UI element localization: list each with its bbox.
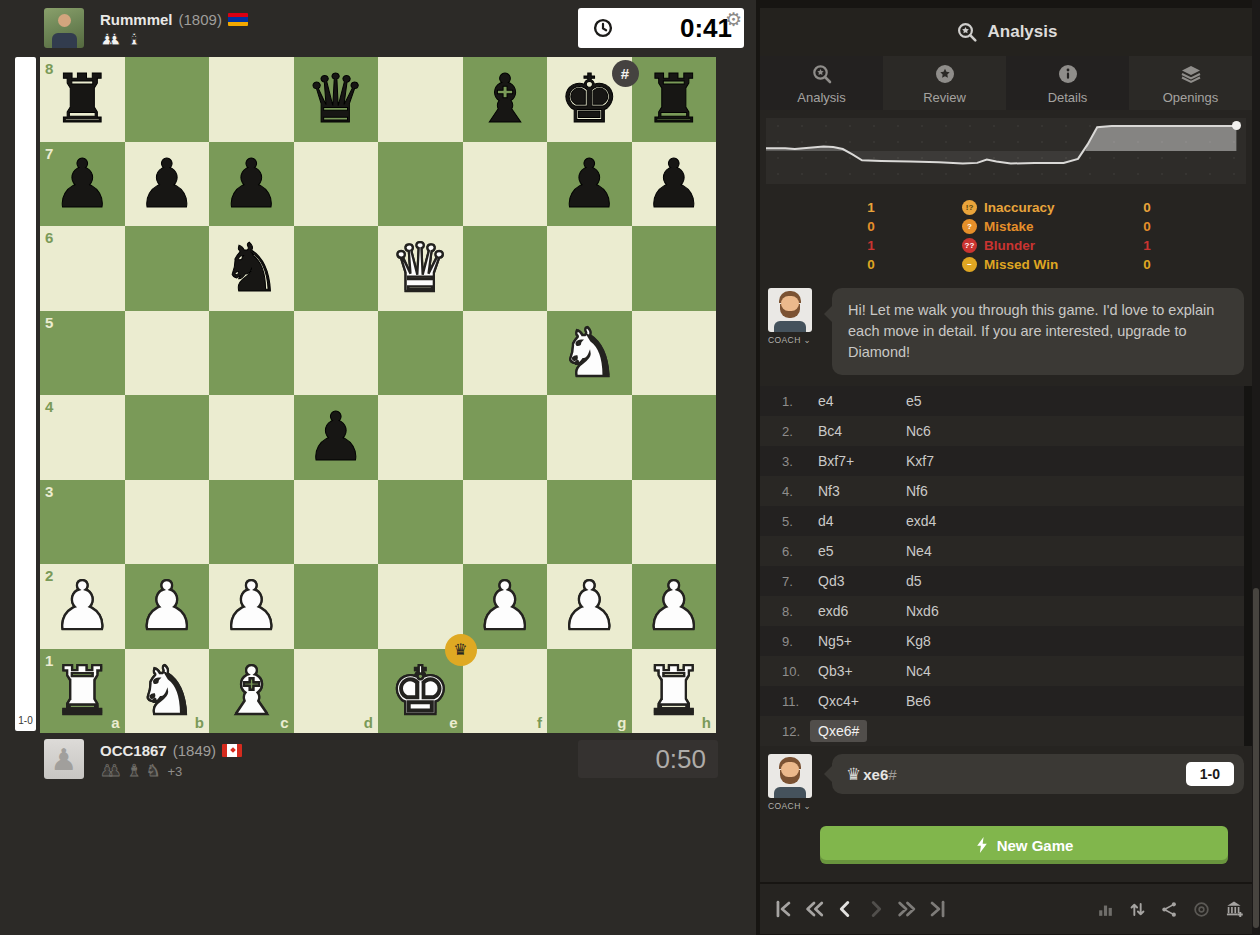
black-move[interactable]: Nf6 xyxy=(906,483,1252,499)
white-move[interactable]: Qxe6# xyxy=(818,723,906,739)
move-number: 5. xyxy=(782,514,818,529)
square-g4[interactable] xyxy=(547,395,632,480)
panel-scrollbar[interactable] xyxy=(1252,0,1260,935)
square-f2[interactable]: ♟ xyxy=(463,564,548,649)
first-move-icon[interactable] xyxy=(772,898,794,920)
coach-face xyxy=(781,762,799,777)
winner-badge: ♛ xyxy=(445,634,477,666)
stat-row-missed-win: 0−Missed Win0 xyxy=(760,255,1252,274)
missed-win-icon: − xyxy=(962,257,977,272)
rank-label-8: 8 xyxy=(45,60,53,77)
square-h6[interactable] xyxy=(632,226,717,311)
coach-shirt xyxy=(774,787,806,798)
move-number: 2. xyxy=(782,424,818,439)
move-list-scrollbar[interactable] xyxy=(1244,386,1252,746)
white-pawn-b2: ♟ xyxy=(125,564,210,649)
move-number: 8. xyxy=(782,604,818,619)
black-move[interactable]: e5 xyxy=(906,393,1252,409)
white-count: 1 xyxy=(806,200,936,215)
square-d1[interactable]: d xyxy=(294,649,379,734)
move-row-4: 4.Nf3Nf6 xyxy=(760,476,1252,506)
move-number: 4. xyxy=(782,484,818,499)
rank-label-5: 5 xyxy=(45,314,53,331)
square-b3[interactable] xyxy=(125,480,210,565)
black-pawn-c7: ♟ xyxy=(209,142,294,227)
captured-black-knight: ♞ xyxy=(146,763,160,779)
black-move[interactable]: d5 xyxy=(906,573,1252,589)
square-c7[interactable]: ♟ xyxy=(209,142,294,227)
square-c3[interactable] xyxy=(209,480,294,565)
square-a5[interactable]: 5 xyxy=(40,311,125,396)
move-number: 9. xyxy=(782,634,818,649)
square-a1[interactable]: 1a♜ xyxy=(40,649,125,734)
tab-details[interactable]: Details xyxy=(1006,56,1129,110)
gear-icon[interactable]: ⚙ xyxy=(725,8,742,30)
rank-label-2: 2 xyxy=(45,567,53,584)
info-icon xyxy=(1056,62,1080,86)
inaccuracy-icon: !? xyxy=(962,200,977,215)
white-pawn-g2: ♟ xyxy=(547,564,632,649)
bottom-player-rating: (1849) xyxy=(173,742,216,759)
bottom-player-name[interactable]: OCC1867 xyxy=(100,742,167,759)
white-move[interactable]: e5 xyxy=(818,543,906,559)
black-move[interactable]: Kg8 xyxy=(906,633,1252,649)
move-row-2: 2.Bc4Nc6 xyxy=(760,416,1252,446)
square-g3[interactable] xyxy=(547,480,632,565)
black-pawn-h7: ♟ xyxy=(632,142,717,227)
tab-analysis[interactable]: Analysis xyxy=(760,56,883,110)
move-row-5: 5.d4exd4 xyxy=(760,506,1252,536)
white-move[interactable]: Qxc4+ xyxy=(818,693,906,709)
square-a6[interactable]: 6 xyxy=(40,226,125,311)
file-label-h: h xyxy=(702,714,711,731)
square-h1[interactable]: h♜ xyxy=(632,649,717,734)
stat-row-blunder: 1??Blunder1 xyxy=(760,236,1252,255)
square-c6[interactable]: ♞ xyxy=(209,226,294,311)
panel-title: Analysis xyxy=(988,22,1058,42)
white-pawn-c2: ♟ xyxy=(209,564,294,649)
white-move[interactable]: Nf3 xyxy=(818,483,906,499)
square-g1[interactable]: g xyxy=(547,649,632,734)
square-b7[interactable]: ♟ xyxy=(125,142,210,227)
square-a4[interactable]: 4 xyxy=(40,395,125,480)
square-g2[interactable]: ♟ xyxy=(547,564,632,649)
tab-label: Review xyxy=(923,90,966,105)
clock-icon xyxy=(592,17,614,39)
tab-openings[interactable]: Openings xyxy=(1129,56,1252,110)
bottom-clock-time: 0:50 xyxy=(655,744,718,775)
top-player-clock: 0:41 xyxy=(578,8,744,48)
armenia-flag-icon xyxy=(228,13,248,26)
white-pawn-h2: ♟ xyxy=(632,564,717,649)
move-row-12: 12.Qxe6# xyxy=(760,716,1252,746)
square-h7[interactable]: ♟ xyxy=(632,142,717,227)
stat-row-mistake: 0?Mistake0 xyxy=(760,217,1252,236)
black-move[interactable]: Kxf7 xyxy=(906,453,1252,469)
square-e3[interactable] xyxy=(378,480,463,565)
move-number: 10. xyxy=(782,664,818,679)
square-c5[interactable] xyxy=(209,311,294,396)
captured-black-bishop: ♝ xyxy=(127,763,141,779)
panel-tabs: Analysis Review Details xyxy=(760,56,1252,110)
square-f7[interactable] xyxy=(463,142,548,227)
black-count: 1 xyxy=(1112,238,1182,253)
chess-board: 8♜♛♝♚#♜7♟♟♟♟♟6♞♛5♞4♟32♟♟♟♟♟♟1a♜b♞c♝de♚♛f… xyxy=(40,57,716,733)
square-h5[interactable] xyxy=(632,311,717,396)
mistake-icon: ? xyxy=(962,219,977,234)
square-e5[interactable] xyxy=(378,311,463,396)
tab-label: Openings xyxy=(1163,90,1219,105)
black-pawn-b7: ♟ xyxy=(125,142,210,227)
blunder-icon: ?? xyxy=(962,238,977,253)
fast-forward-icon[interactable] xyxy=(896,898,918,920)
square-d8[interactable]: ♛ xyxy=(294,57,379,142)
move-number: 1. xyxy=(782,394,818,409)
file-label-g: g xyxy=(617,714,626,731)
square-e6[interactable]: ♛ xyxy=(378,226,463,311)
square-c1[interactable]: c♝ xyxy=(209,649,294,734)
stat-label: Blunder xyxy=(984,238,1035,253)
file-label-b: b xyxy=(195,714,204,731)
square-h8[interactable]: ♜ xyxy=(632,57,717,142)
black-count: 0 xyxy=(1112,219,1182,234)
square-d5[interactable] xyxy=(294,311,379,396)
square-b1[interactable]: b♞ xyxy=(125,649,210,734)
flip-board-icon[interactable] xyxy=(1128,900,1147,919)
square-c2[interactable]: ♟ xyxy=(209,564,294,649)
stat-label: Inaccuracy xyxy=(984,200,1055,215)
avatar-photo-body xyxy=(52,33,77,48)
stat-label: Mistake xyxy=(984,219,1034,234)
square-b2[interactable]: ♟ xyxy=(125,564,210,649)
move-quality-stats: 1!?Inaccuracy00?Mistake01??Blunder10−Mis… xyxy=(760,198,1252,274)
square-f3[interactable] xyxy=(463,480,548,565)
rank-label-1: 1 xyxy=(45,652,53,669)
black-move[interactable]: Nxd6 xyxy=(906,603,1252,619)
panel-header: Analysis xyxy=(760,8,1252,56)
evaluation-score: 1-0 xyxy=(15,715,36,726)
rank-label-3: 3 xyxy=(45,483,53,500)
rank-label-6: 6 xyxy=(45,229,53,246)
top-player-name[interactable]: Rummmel xyxy=(100,11,173,28)
square-b4[interactable] xyxy=(125,395,210,480)
square-e1[interactable]: e♚♛ xyxy=(378,649,463,734)
black-rook-h8: ♜ xyxy=(632,57,717,142)
square-d6[interactable] xyxy=(294,226,379,311)
file-label-e: e xyxy=(449,714,457,731)
evaluation-graph[interactable] xyxy=(766,118,1246,184)
square-e2[interactable] xyxy=(378,564,463,649)
white-move[interactable]: d4 xyxy=(818,513,906,529)
black-move[interactable]: Nc4 xyxy=(906,663,1252,679)
panel-body: 1!?Inaccuracy00?Mistake01??Blunder10−Mis… xyxy=(760,110,1252,882)
square-f5[interactable] xyxy=(463,311,548,396)
move-number: 7. xyxy=(782,574,818,589)
square-a8[interactable]: 8♜ xyxy=(40,57,125,142)
result-score-badge: 1-0 xyxy=(1186,762,1234,786)
white-count: 1 xyxy=(806,238,936,253)
white-count: 0 xyxy=(806,257,936,272)
queen-icon: ♛ xyxy=(846,764,861,784)
coach-avatar[interactable] xyxy=(768,754,812,798)
coach-avatar[interactable] xyxy=(768,288,812,332)
next-move-icon[interactable] xyxy=(865,898,887,920)
square-h3[interactable] xyxy=(632,480,717,565)
material-advantage: +3 xyxy=(167,764,182,779)
white-count: 0 xyxy=(806,219,936,234)
last-move-icon[interactable] xyxy=(927,898,949,920)
black-pawn-g7: ♟ xyxy=(547,142,632,227)
captured-white-bishop: ♝ xyxy=(127,32,141,48)
square-c8[interactable] xyxy=(209,57,294,142)
square-f6[interactable] xyxy=(463,226,548,311)
coach-shirt xyxy=(774,321,806,332)
square-g6[interactable] xyxy=(547,226,632,311)
move-row-7: 7.Qd3d5 xyxy=(760,566,1252,596)
openings-book-icon xyxy=(1179,62,1203,86)
coach-message-bubble: Hi! Let me walk you through this game. I… xyxy=(832,288,1244,375)
library-add-icon[interactable] xyxy=(1224,899,1244,919)
selected-move[interactable]: Qxe6# xyxy=(810,720,867,742)
square-b6[interactable] xyxy=(125,226,210,311)
move-number: 6. xyxy=(782,544,818,559)
black-move[interactable]: Be6 xyxy=(906,693,1252,709)
analysis-panel: Analysis Analysis Review xyxy=(756,0,1260,935)
checkmate-badge: # xyxy=(612,60,639,87)
white-knight-g5: ♞ xyxy=(547,311,632,396)
mate-suffix: # xyxy=(888,766,896,783)
tab-review[interactable]: Review xyxy=(883,56,1006,110)
coach-face xyxy=(781,296,799,311)
white-move[interactable]: Bxf7+ xyxy=(818,453,906,469)
square-d2[interactable] xyxy=(294,564,379,649)
move-navigation xyxy=(760,898,949,920)
canada-flag-icon xyxy=(222,744,242,757)
stats-chart-icon[interactable] xyxy=(1096,900,1115,919)
white-pawn-f2: ♟ xyxy=(463,564,548,649)
move-row-11: 11.Qxc4+Be6 xyxy=(760,686,1252,716)
move-list: 1.e4e52.Bc4Nc63.Bxf7+Kxf74.Nf3Nf65.d4exd… xyxy=(760,386,1252,746)
coach-selector[interactable]: COACH ⌄ xyxy=(768,754,822,811)
coach-selector[interactable]: COACH ⌄ xyxy=(768,288,822,345)
white-move[interactable]: Qd3 xyxy=(818,573,906,589)
top-player-rating: (1809) xyxy=(179,11,222,28)
square-g5[interactable]: ♞ xyxy=(547,311,632,396)
stat-row-inaccuracy: 1!?Inaccuracy0 xyxy=(760,198,1252,217)
square-h4[interactable] xyxy=(632,395,717,480)
captured-black-pawns: ♟♟ xyxy=(100,763,122,779)
bottom-player-clock: 0:50 xyxy=(578,740,718,778)
black-knight-c6: ♞ xyxy=(209,226,294,311)
move-row-10: 10.Qb3+Nc4 xyxy=(760,656,1252,686)
star-icon xyxy=(933,62,957,86)
lightning-icon xyxy=(975,837,989,853)
previous-move-icon[interactable] xyxy=(834,898,856,920)
white-move[interactable]: Ng5+ xyxy=(818,633,906,649)
file-label-f: f xyxy=(537,714,542,731)
tab-label: Details xyxy=(1048,90,1088,105)
coach-label[interactable]: COACH ⌄ xyxy=(768,335,811,345)
square-a3[interactable]: 3 xyxy=(40,480,125,565)
final-move-bubble: ♛ xe6 # 1-0 xyxy=(832,754,1244,794)
tab-label: Analysis xyxy=(797,90,845,105)
square-b5[interactable] xyxy=(125,311,210,396)
square-e7[interactable] xyxy=(378,142,463,227)
square-f4[interactable] xyxy=(463,395,548,480)
square-f8[interactable]: ♝ xyxy=(463,57,548,142)
evaluation-bar: 1-0 xyxy=(15,57,36,731)
coach-label[interactable]: COACH ⌄ xyxy=(768,801,811,811)
file-label-a: a xyxy=(111,714,119,731)
new-game-button[interactable]: New Game xyxy=(820,826,1228,864)
square-b8[interactable] xyxy=(125,57,210,142)
move-number: 3. xyxy=(782,454,818,469)
analysis-magnifier-icon xyxy=(810,62,834,86)
white-queen-e6: ♛ xyxy=(378,226,463,311)
focus-target-icon[interactable] xyxy=(1192,900,1211,919)
move-number: 11. xyxy=(782,694,818,709)
move-row-3: 3.Bxf7+Kxf7 xyxy=(760,446,1252,476)
move-row-9: 9.Ng5+Kg8 xyxy=(760,626,1252,656)
white-move[interactable]: e4 xyxy=(818,393,906,409)
final-move-text: xe6 xyxy=(863,766,888,783)
square-h2[interactable]: ♟ xyxy=(632,564,717,649)
share-icon[interactable] xyxy=(1160,900,1179,919)
move-row-6: 6.e5Ne4 xyxy=(760,536,1252,566)
stat-label: Missed Win xyxy=(984,257,1058,272)
top-player-avatar[interactable] xyxy=(44,8,84,48)
rank-label-7: 7 xyxy=(45,145,53,162)
bottom-player-avatar[interactable]: ♟ xyxy=(44,739,84,779)
square-c4[interactable] xyxy=(209,395,294,480)
square-a7[interactable]: 7♟ xyxy=(40,142,125,227)
bottom-player-captured-pieces: ♟♟ ♝ ♞ +3 xyxy=(100,763,182,779)
white-move[interactable]: Qb3+ xyxy=(818,663,906,679)
coach-row: COACH ⌄ Hi! Let me walk you through this… xyxy=(768,288,1244,375)
white-move[interactable]: Bc4 xyxy=(818,423,906,439)
black-move[interactable]: Ne4 xyxy=(906,543,1252,559)
result-row: COACH ⌄ ♛ xe6 # 1-0 xyxy=(768,754,1244,811)
square-d4[interactable]: ♟ xyxy=(294,395,379,480)
square-a2[interactable]: 2♟ xyxy=(40,564,125,649)
black-queen-d8: ♛ xyxy=(294,57,379,142)
analysis-magnifier-icon xyxy=(955,20,979,44)
square-g7[interactable]: ♟ xyxy=(547,142,632,227)
black-pawn-d4: ♟ xyxy=(294,395,379,480)
captured-white-pawns: ♟♟ xyxy=(100,32,122,48)
pawn-avatar-glyph: ♟ xyxy=(44,739,84,779)
black-move[interactable]: exd4 xyxy=(906,513,1252,529)
black-count: 0 xyxy=(1112,257,1182,272)
white-move[interactable]: exd6 xyxy=(818,603,906,619)
panel-tools xyxy=(1096,899,1252,919)
avatar-photo-head xyxy=(58,14,71,27)
black-bishop-f8: ♝ xyxy=(463,57,548,142)
black-move[interactable]: Nc6 xyxy=(906,423,1252,439)
square-e4[interactable] xyxy=(378,395,463,480)
square-d7[interactable] xyxy=(294,142,379,227)
file-label-d: d xyxy=(364,714,373,731)
black-count: 0 xyxy=(1112,200,1182,215)
chesscom-analysis-screen: { "game": "chess", "position": { "fen": … xyxy=(0,0,1260,935)
move-row-1: 1.e4e5 xyxy=(760,386,1252,416)
new-game-label: New Game xyxy=(997,837,1074,854)
move-row-8: 8.exd6Nxd6 xyxy=(760,596,1252,626)
rank-label-4: 4 xyxy=(45,398,53,415)
top-player-captured-pieces: ♟♟ ♝ xyxy=(100,32,141,48)
square-g8[interactable]: ♚# xyxy=(547,57,632,142)
square-f1[interactable]: f xyxy=(463,649,548,734)
bottom-navigation-bar xyxy=(760,882,1252,934)
square-d3[interactable] xyxy=(294,480,379,565)
square-e8[interactable] xyxy=(378,57,463,142)
panel-scrollbar-thumb[interactable] xyxy=(1253,588,1259,928)
fast-backward-icon[interactable] xyxy=(803,898,825,920)
file-label-c: c xyxy=(280,714,288,731)
